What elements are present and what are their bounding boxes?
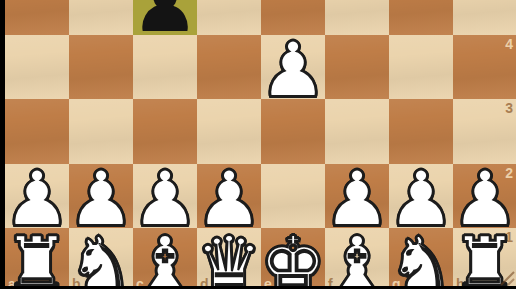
white-pawn[interactable]: ♟ <box>261 38 325 103</box>
square-h2[interactable]: 2♟ <box>453 164 516 229</box>
chess-board: ♟♟43♟♟♟♟♟♟2♟a♜b♞c♝d♛e♚f♝g♞h1♜ <box>5 0 516 289</box>
square-f5[interactable] <box>325 0 389 35</box>
square-e1[interactable]: e♚ <box>261 228 325 289</box>
square-g1[interactable]: g♞ <box>389 228 453 289</box>
white-queen[interactable]: ♛ <box>197 231 261 289</box>
square-b1[interactable]: b♞ <box>69 228 133 289</box>
rank-label-3: 3 <box>505 100 513 116</box>
square-e2[interactable] <box>261 164 325 229</box>
square-a5[interactable] <box>5 0 69 35</box>
rank-label-4: 4 <box>505 36 513 52</box>
white-king[interactable]: ♚ <box>261 231 325 289</box>
square-a4[interactable] <box>5 35 69 100</box>
square-b5[interactable] <box>69 0 133 35</box>
square-a2[interactable]: ♟ <box>5 164 69 229</box>
square-d1[interactable]: d♛ <box>197 228 261 289</box>
black-pawn[interactable]: ♟ <box>133 0 197 38</box>
square-h5[interactable] <box>453 0 516 35</box>
square-f4[interactable] <box>325 35 389 100</box>
square-d5[interactable] <box>197 0 261 35</box>
white-knight[interactable]: ♞ <box>389 231 453 289</box>
square-g2[interactable]: ♟ <box>389 164 453 229</box>
square-g5[interactable] <box>389 0 453 35</box>
white-bishop[interactable]: ♝ <box>133 231 197 289</box>
square-f2[interactable]: ♟ <box>325 164 389 229</box>
square-e4[interactable]: ♟ <box>261 35 325 100</box>
square-c2[interactable]: ♟ <box>133 164 197 229</box>
resize-handle-icon <box>499 270 515 286</box>
square-d4[interactable] <box>197 35 261 100</box>
square-a1[interactable]: a♜ <box>5 228 69 289</box>
white-bishop[interactable]: ♝ <box>325 231 389 289</box>
square-c5[interactable]: ♟ <box>133 0 197 35</box>
board-resize-handle[interactable] <box>499 270 515 286</box>
square-b2[interactable]: ♟ <box>69 164 133 229</box>
letterbox-left <box>0 0 5 289</box>
square-c1[interactable]: c♝ <box>133 228 197 289</box>
square-g4[interactable] <box>389 35 453 100</box>
white-rook[interactable]: ♜ <box>5 231 69 289</box>
video-frame: ♟♟43♟♟♟♟♟♟2♟a♜b♞c♝d♛e♚f♝g♞h1♜ <box>0 0 516 289</box>
square-f1[interactable]: f♝ <box>325 228 389 289</box>
square-b4[interactable] <box>69 35 133 100</box>
square-h4[interactable]: 4 <box>453 35 516 100</box>
square-d2[interactable]: ♟ <box>197 164 261 229</box>
white-knight[interactable]: ♞ <box>69 231 133 289</box>
